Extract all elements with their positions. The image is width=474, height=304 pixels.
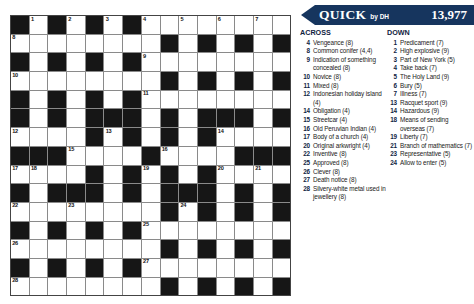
cell-r2c1[interactable]: 8 (11, 35, 29, 53)
cell-r12c6[interactable] (104, 222, 122, 240)
cell-r15c5[interactable] (86, 278, 104, 296)
cell-r3c10[interactable] (179, 53, 197, 71)
cell-number: 22 (12, 203, 18, 209)
cell-r4c1[interactable]: 10 (11, 72, 29, 90)
cell-r13c12[interactable] (217, 240, 235, 258)
cell-r15c4[interactable] (67, 278, 85, 296)
cell-r10c2[interactable] (30, 184, 48, 202)
cell-number: 15 (68, 147, 74, 153)
cell-number: 10 (12, 73, 18, 79)
clue-text: Original arkwright (4) (313, 142, 386, 151)
clue-number: 25 (300, 159, 313, 168)
clue-text: Body of a church (4) (313, 133, 386, 142)
cell-r7c15[interactable] (273, 128, 291, 146)
clue-text: Approved (8) (313, 159, 386, 168)
clue-item: 1Predicament (7) (387, 39, 473, 48)
cell-r14c7 (123, 259, 141, 277)
clue-item: 7Illness (7) (387, 90, 473, 99)
clue-item: 21Branch of mathematics (7) (387, 142, 473, 151)
cell-r4c15 (273, 72, 291, 90)
cell-number: 28 (12, 278, 18, 284)
cell-r8c10[interactable] (179, 147, 197, 165)
cell-r14c12[interactable] (217, 259, 235, 277)
cell-r10c15 (273, 184, 291, 202)
cell-r1c6[interactable]: 3 (104, 16, 122, 34)
cell-number: 16 (162, 147, 168, 153)
cell-r1c2[interactable]: 1 (30, 16, 48, 34)
cell-r10c10 (179, 184, 197, 202)
clue-number: 23 (387, 150, 400, 159)
cell-number: 20 (218, 166, 224, 172)
cell-r15c14[interactable] (254, 278, 272, 296)
cell-r3c4[interactable] (67, 53, 85, 71)
cell-r1c9[interactable] (161, 16, 179, 34)
cell-r10c8[interactable] (142, 184, 160, 202)
cell-r11c11 (198, 203, 216, 221)
cell-r8c9[interactable]: 16 (161, 147, 179, 165)
cell-r3c13[interactable] (235, 53, 253, 71)
cell-r6c6 (104, 109, 122, 127)
cell-r10c4 (67, 184, 85, 202)
cell-r13c5[interactable] (86, 240, 104, 258)
clue-text: High explosive (9) (400, 47, 473, 56)
cell-r14c15[interactable] (273, 259, 291, 277)
cell-r13c9 (161, 240, 179, 258)
cell-r5c4[interactable] (67, 91, 85, 109)
cell-r6c2[interactable] (30, 109, 48, 127)
clue-number: 5 (387, 73, 400, 82)
crossword-grid[interactable]: 1234567891011121314151617181920212223242… (10, 15, 291, 296)
clue-text: Silvery-white metal used in jewellery (8… (313, 185, 386, 202)
cell-r1c10[interactable]: 5 (179, 16, 197, 34)
cell-r9c2[interactable]: 18 (30, 166, 48, 184)
cell-r4c10[interactable] (179, 72, 197, 90)
cell-r9c10[interactable] (179, 166, 197, 184)
cell-r8c13 (235, 147, 253, 165)
cell-r4c8[interactable] (142, 72, 160, 90)
puzzle-byline: by DH (370, 13, 389, 20)
cell-r2c7[interactable] (123, 35, 141, 53)
cell-r13c4[interactable] (67, 240, 85, 258)
clue-text: Part of New York (5) (400, 56, 473, 65)
cell-r11c7[interactable] (123, 203, 141, 221)
cell-r5c13[interactable] (235, 91, 253, 109)
cell-number: 4 (143, 17, 146, 23)
clue-text: Liberty (7) (400, 133, 473, 142)
cell-number: 9 (143, 54, 146, 60)
cell-r1c15[interactable] (273, 16, 291, 34)
cell-r2c9 (161, 35, 179, 53)
cell-r13c10[interactable] (179, 240, 197, 258)
cell-r2c13 (235, 35, 253, 53)
clue-text: Branch of mathematics (7) (400, 142, 473, 151)
cell-r13c13 (235, 240, 253, 258)
cell-r11c1[interactable]: 22 (11, 203, 29, 221)
cell-r9c7 (123, 166, 141, 184)
cell-r5c6[interactable] (104, 91, 122, 109)
cell-r2c15 (273, 35, 291, 53)
cell-r8c8 (142, 147, 160, 165)
clue-number: 17 (300, 133, 313, 142)
cell-r12c11[interactable] (198, 222, 216, 240)
clue-number: 20 (300, 142, 313, 151)
cell-r11c2[interactable] (30, 203, 48, 221)
cell-number: 17 (12, 166, 18, 172)
cell-r6c11 (198, 109, 216, 127)
cell-r11c3[interactable] (48, 203, 66, 221)
cell-r11c5[interactable] (86, 203, 104, 221)
clue-number: 8 (300, 47, 313, 56)
cell-number: 14 (218, 129, 224, 135)
cell-r12c7 (123, 222, 141, 240)
clue-item: 11Mixed (8) (300, 82, 386, 91)
cell-r4c3[interactable] (48, 72, 66, 90)
cell-r2c14[interactable] (254, 35, 272, 53)
cell-r13c14[interactable] (254, 240, 272, 258)
cell-number: 12 (12, 129, 18, 135)
cell-r5c2[interactable] (30, 91, 48, 109)
cell-r14c2[interactable] (30, 259, 48, 277)
clue-number: 11 (300, 82, 313, 91)
cell-r7c3[interactable] (48, 128, 66, 146)
cell-r9c4[interactable] (67, 166, 85, 184)
clue-number: 14 (387, 107, 400, 116)
cell-r1c3 (48, 16, 66, 34)
clue-number: 6 (387, 82, 400, 91)
cell-r2c10[interactable] (179, 35, 197, 53)
clue-number: 26 (300, 168, 313, 177)
cell-r1c13[interactable] (235, 16, 253, 34)
cell-r5c7 (123, 91, 141, 109)
cell-r14c13[interactable] (235, 259, 253, 277)
cell-r14c9[interactable] (161, 259, 179, 277)
cell-r8c11[interactable] (198, 147, 216, 165)
down-clue-list: 1Predicament (7)2High explosive (9)3Part… (387, 39, 473, 168)
cell-r2c2[interactable] (30, 35, 48, 53)
cell-r15c10[interactable] (179, 278, 197, 296)
cell-number: 27 (143, 259, 149, 265)
clue-item: 6Bury (5) (387, 82, 473, 91)
clue-number: 1 (387, 39, 400, 48)
cell-r3c15[interactable] (273, 53, 291, 71)
cell-r7c7 (123, 128, 141, 146)
cell-r4c12[interactable] (217, 72, 235, 90)
cell-r4c2[interactable] (30, 72, 48, 90)
cell-r8c7[interactable] (123, 147, 141, 165)
cell-r15c12[interactable] (217, 278, 235, 296)
clue-text: Vengeance (8) (313, 39, 386, 48)
cell-r7c2[interactable] (30, 128, 48, 146)
cell-r11c13 (235, 203, 253, 221)
clue-text: Obligation (4) (313, 107, 386, 116)
cell-r11c4[interactable]: 23 (67, 203, 85, 221)
cell-r7c14[interactable] (254, 128, 272, 146)
cell-r12c9[interactable] (161, 222, 179, 240)
cell-r9c8[interactable]: 19 (142, 166, 160, 184)
cell-r6c12 (217, 109, 235, 127)
cell-number: 3 (106, 17, 109, 23)
cell-r12c1 (11, 222, 29, 240)
clue-number: 27 (300, 176, 313, 185)
cell-r1c4[interactable]: 2 (67, 16, 85, 34)
cell-r8c5[interactable] (86, 147, 104, 165)
cell-r7c10[interactable] (179, 128, 197, 146)
cell-r15c1[interactable]: 28 (11, 278, 29, 296)
cell-r3c2[interactable] (30, 53, 48, 71)
cell-r4c7[interactable] (123, 72, 141, 90)
cell-r1c7 (123, 16, 141, 34)
cell-r14c4[interactable] (67, 259, 85, 277)
clue-number: 24 (387, 159, 400, 168)
cell-r2c6[interactable] (104, 35, 122, 53)
clue-item: 4Vengeance (8) (300, 39, 386, 48)
cell-r14c6[interactable] (104, 259, 122, 277)
cell-r2c8[interactable] (142, 35, 160, 53)
cell-r3c8[interactable]: 9 (142, 53, 160, 71)
cell-r6c5 (86, 109, 104, 127)
cell-r5c12[interactable] (217, 91, 235, 109)
cell-r15c8[interactable] (142, 278, 160, 296)
cell-r12c3 (48, 222, 66, 240)
cell-number: 23 (68, 203, 74, 209)
cell-r14c10[interactable] (179, 259, 197, 277)
cell-r13c3[interactable] (48, 240, 66, 258)
clue-item: 22Inventive (8) (300, 150, 386, 159)
clue-item: 3Part of New York (5) (387, 56, 473, 65)
cell-r11c12[interactable] (217, 203, 235, 221)
cell-r6c9 (161, 109, 179, 127)
cell-r7c12[interactable]: 14 (217, 128, 235, 146)
cell-r7c6[interactable]: 13 (104, 128, 122, 146)
cell-r11c10[interactable]: 24 (179, 203, 197, 221)
puzzle-title: QUICK (319, 7, 366, 23)
clue-number: 4 (300, 39, 313, 48)
cell-r6c8[interactable] (142, 109, 160, 127)
cell-r3c5 (86, 53, 104, 71)
cell-number: 1 (31, 17, 34, 23)
cell-r8c15 (273, 147, 291, 165)
cell-r10c9 (161, 184, 179, 202)
clue-text: Streetcar (4) (313, 116, 386, 125)
clue-number: 28 (300, 185, 313, 202)
cell-r11c6[interactable] (104, 203, 122, 221)
clue-number: 18 (387, 116, 400, 133)
clue-text: Clever (8) (313, 168, 386, 177)
cell-r12c5 (86, 222, 104, 240)
cell-r9c1[interactable]: 17 (11, 166, 29, 184)
cell-r14c8[interactable]: 27 (142, 259, 160, 277)
cell-r2c4[interactable] (67, 35, 85, 53)
clue-item: 26Clever (8) (300, 168, 386, 177)
cell-r3c14[interactable] (254, 53, 272, 71)
clue-text: Representative (5) (400, 150, 473, 159)
clue-number: 15 (300, 116, 313, 125)
clue-item: 24Allow to enter (5) (387, 159, 473, 168)
cell-number: 8 (12, 35, 15, 41)
cell-r2c5[interactable] (86, 35, 104, 53)
cell-r15c13 (235, 278, 253, 296)
cell-r13c8[interactable] (142, 240, 160, 258)
cell-r3c6[interactable] (104, 53, 122, 71)
cell-r3c1 (11, 53, 29, 71)
cell-r10c3 (48, 184, 66, 202)
cell-r3c9[interactable] (161, 53, 179, 71)
clue-number: 2 (387, 47, 400, 56)
cell-r6c13 (235, 109, 253, 127)
clue-item: 12Indonesian holiday island (4) (300, 90, 386, 107)
cell-r6c14[interactable] (254, 109, 272, 127)
cell-r1c8[interactable]: 4 (142, 16, 160, 34)
cell-r3c12[interactable] (217, 53, 235, 71)
cell-r1c11[interactable] (198, 16, 216, 34)
cell-r2c11 (198, 35, 216, 53)
clue-text: Old Peruvian Indian (4) (313, 125, 386, 134)
cell-r9c6[interactable] (104, 166, 122, 184)
cell-r5c10[interactable] (179, 91, 197, 109)
clue-item: 5The Holy Land (9) (387, 73, 473, 82)
cell-r12c15[interactable] (273, 222, 291, 240)
cell-r4c4[interactable] (67, 72, 85, 90)
cell-r14c14[interactable] (254, 259, 272, 277)
cell-r9c11 (198, 166, 216, 184)
cell-r4c13 (235, 72, 253, 90)
cell-number: 18 (31, 166, 37, 172)
cell-r10c13 (235, 184, 253, 202)
cell-r3c11[interactable] (198, 53, 216, 71)
clue-number: 12 (300, 90, 313, 107)
cell-r7c5 (86, 128, 104, 146)
cell-r12c13[interactable] (235, 222, 253, 240)
clue-item: 27Death notice (8) (300, 176, 386, 185)
cell-r15c7[interactable] (123, 278, 141, 296)
cell-r10c6[interactable] (104, 184, 122, 202)
cell-r8c6[interactable] (104, 147, 122, 165)
cell-r6c7 (123, 109, 141, 127)
cell-r12c10[interactable] (179, 222, 197, 240)
clue-item: 14Hazardous (9) (387, 107, 473, 116)
clue-number: 21 (387, 142, 400, 151)
cell-r8c12[interactable] (217, 147, 235, 165)
clue-text: Means of sending overseas (7) (400, 116, 473, 133)
clue-item: 16Old Peruvian Indian (4) (300, 125, 386, 134)
clue-text: Hazardous (9) (400, 107, 473, 116)
cell-r11c8[interactable] (142, 203, 160, 221)
cell-r2c3[interactable] (48, 35, 66, 53)
cell-r10c5 (86, 184, 104, 202)
cell-r12c12[interactable] (217, 222, 235, 240)
down-heading: DOWN (387, 29, 473, 38)
cell-r1c12[interactable]: 6 (217, 16, 235, 34)
clue-item: 18Means of sending overseas (7) (387, 116, 473, 133)
clue-text: Illness (7) (400, 90, 473, 99)
clue-text: Racquet sport (9) (400, 99, 473, 108)
cell-r5c8[interactable]: 11 (142, 91, 160, 109)
cell-r12c2[interactable] (30, 222, 48, 240)
clue-number: 16 (300, 125, 313, 134)
cell-r12c4[interactable] (67, 222, 85, 240)
cell-r15c6[interactable] (104, 278, 122, 296)
cell-r14c1 (11, 259, 29, 277)
clue-text: Allow to enter (5) (400, 159, 473, 168)
cell-r13c2[interactable] (30, 240, 48, 258)
clue-text: Predicament (7) (400, 39, 473, 48)
clue-item: 8Common conifer (4,4) (300, 47, 386, 56)
cell-r5c11[interactable] (198, 91, 216, 109)
cell-r4c9 (161, 72, 179, 90)
clue-text: The Holy Land (9) (400, 73, 473, 82)
cell-r5c9[interactable] (161, 91, 179, 109)
cell-r9c13[interactable] (235, 166, 253, 184)
cell-number: 7 (255, 17, 258, 23)
cell-r9c12[interactable]: 20 (217, 166, 235, 184)
puzzle-header-banner: QUICK by DH 13,977 (301, 5, 474, 25)
cell-r7c4[interactable] (67, 128, 85, 146)
cell-number: 19 (143, 166, 149, 172)
cell-r4c5[interactable] (86, 72, 104, 90)
cell-r10c14[interactable] (254, 184, 272, 202)
cell-r10c7 (123, 184, 141, 202)
cell-r13c6[interactable] (104, 240, 122, 258)
cell-r4c11 (198, 72, 216, 90)
cell-r7c1[interactable]: 12 (11, 128, 29, 146)
cell-r8c4[interactable]: 15 (67, 147, 85, 165)
cell-r7c13[interactable] (235, 128, 253, 146)
clue-text: Inventive (8) (313, 150, 386, 159)
cell-r13c7[interactable] (123, 240, 141, 258)
cell-r5c15[interactable] (273, 91, 291, 109)
cell-r15c2[interactable] (30, 278, 48, 296)
cell-r7c11 (198, 128, 216, 146)
cell-r5c1 (11, 91, 29, 109)
cell-r4c6[interactable] (104, 72, 122, 90)
cell-r9c15[interactable] (273, 166, 291, 184)
cell-r14c11[interactable] (198, 259, 216, 277)
cell-r12c14[interactable] (254, 222, 272, 240)
cell-number: 11 (143, 91, 149, 97)
cell-number: 21 (255, 166, 261, 172)
cell-r6c1 (11, 109, 29, 127)
clue-number: 9 (300, 56, 313, 73)
cell-r6c4[interactable] (67, 109, 85, 127)
cell-r15c3[interactable] (48, 278, 66, 296)
cell-r9c3[interactable] (48, 166, 66, 184)
cell-r1c14[interactable]: 7 (254, 16, 272, 34)
cell-r9c14[interactable]: 21 (254, 166, 272, 184)
cell-r2c12[interactable] (217, 35, 235, 53)
cell-r7c8[interactable] (142, 128, 160, 146)
cell-r4c14[interactable] (254, 72, 272, 90)
cell-r10c11 (198, 184, 216, 202)
cell-r6c10[interactable] (179, 109, 197, 127)
cell-r9c5 (86, 166, 104, 184)
clue-item: 13Racquet sport (9) (387, 99, 473, 108)
cell-r13c1[interactable]: 26 (11, 240, 29, 258)
cell-r5c3 (48, 91, 66, 109)
clue-item: 25Approved (8) (300, 159, 386, 168)
cell-r11c15 (273, 203, 291, 221)
cell-r10c12[interactable] (217, 184, 235, 202)
clue-item: 17Body of a church (4) (300, 133, 386, 142)
cell-r12c8[interactable]: 25 (142, 222, 160, 240)
clue-text: Mixed (8) (313, 82, 386, 91)
cell-number: 25 (143, 222, 149, 228)
clue-item: 28Silvery-white metal used in jewellery … (300, 185, 386, 202)
cell-r3c7 (123, 53, 141, 71)
cell-r8c14 (254, 147, 272, 165)
cell-r11c14[interactable] (254, 203, 272, 221)
cell-r8c1 (11, 147, 29, 165)
cell-r5c14[interactable] (254, 91, 272, 109)
